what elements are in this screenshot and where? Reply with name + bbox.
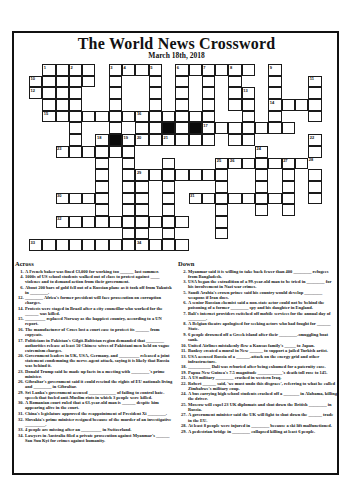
grid-cell[interactable] <box>82 76 95 88</box>
grid-cell[interactable] <box>308 99 321 111</box>
grid-cell[interactable] <box>69 87 82 99</box>
grid-cell[interactable]: 16 <box>135 111 148 123</box>
clue-number: 19. <box>178 370 188 375</box>
grid-cell[interactable] <box>162 181 175 193</box>
grid-cell[interactable]: 2 <box>69 64 82 76</box>
empty-cell <box>42 193 55 205</box>
grid-cell[interactable] <box>109 239 122 251</box>
grid-cell[interactable] <box>56 99 69 111</box>
grid-cell[interactable]: 9 <box>268 64 281 76</box>
grid-cell[interactable] <box>228 99 241 111</box>
clue-item: 27.A government minister said the UK wil… <box>178 412 337 422</box>
empty-cell <box>95 99 108 111</box>
grid-cell[interactable] <box>122 193 135 205</box>
clue-text: Bali's internet providers switched off m… <box>188 311 337 321</box>
grid-cell[interactable] <box>82 111 95 123</box>
empty-cell <box>295 134 308 146</box>
grid-cell[interactable] <box>202 134 215 146</box>
empty-cell <box>228 216 241 228</box>
grid-cell[interactable] <box>56 64 69 76</box>
grid-cell[interactable] <box>242 99 255 111</box>
grid-cell[interactable] <box>175 99 188 111</box>
empty-cell <box>149 146 162 158</box>
clue-item: 30.A Romanian court ruled that a 63-year… <box>15 400 176 410</box>
grid-cell[interactable] <box>268 158 281 170</box>
grid-cell[interactable] <box>122 216 135 228</box>
grid-cell[interactable] <box>175 87 188 99</box>
grid-cell[interactable] <box>175 134 188 146</box>
grid-cell[interactable] <box>109 99 122 111</box>
grid-cell[interactable] <box>175 76 188 88</box>
grid-cell[interactable] <box>308 146 321 158</box>
empty-cell <box>282 239 295 251</box>
empty-cell <box>175 181 188 193</box>
empty-cell <box>109 228 122 240</box>
grid-cell[interactable] <box>135 228 148 240</box>
empty-cell <box>122 99 135 111</box>
grid-cell[interactable] <box>255 204 268 216</box>
empty-cell <box>109 204 122 216</box>
empty-cell <box>242 146 255 158</box>
empty-cell <box>268 216 281 228</box>
clue-number-label: 13 <box>243 88 247 93</box>
empty-cell <box>69 158 82 170</box>
clue-number-label: 1 <box>44 65 46 70</box>
grid-cell[interactable] <box>42 239 55 251</box>
empty-cell <box>42 134 55 146</box>
grid-cell[interactable] <box>109 76 122 88</box>
grid-cell[interactable] <box>95 111 108 123</box>
grid-cell[interactable]: 8 <box>228 64 241 76</box>
grid-cell[interactable]: 33 <box>29 239 42 251</box>
clue-number-label: 19 <box>124 135 128 140</box>
grid-cell[interactable]: 34 <box>135 239 148 251</box>
grid-cell[interactable] <box>189 64 202 76</box>
empty-cell <box>175 158 188 170</box>
grid-cell[interactable] <box>162 169 175 181</box>
grid-cell[interactable] <box>162 111 175 123</box>
grid-cell[interactable] <box>69 193 82 205</box>
empty-cell <box>202 146 215 158</box>
clue-item: 17.Politicians in Pakistan's Gilgit-Balt… <box>15 338 176 353</box>
empty-cell <box>242 239 255 251</box>
empty-cell <box>82 181 95 193</box>
clue-number: 13. <box>178 354 188 364</box>
empty-cell <box>175 146 188 158</box>
clue-number: 16. <box>15 327 25 337</box>
grid-cell[interactable] <box>202 111 215 123</box>
grid-cell[interactable] <box>122 181 135 193</box>
grid-cell[interactable] <box>82 239 95 251</box>
grid-cell[interactable] <box>228 122 241 134</box>
grid-cell[interactable] <box>109 146 122 158</box>
grid-cell[interactable] <box>42 76 55 88</box>
grid-cell[interactable] <box>82 64 95 76</box>
clue-number-label: 23 <box>57 146 61 151</box>
grid-cell[interactable] <box>242 122 255 134</box>
clue-item: 34.Lawyers in Australia filed a private … <box>15 433 176 443</box>
empty-cell <box>295 76 308 88</box>
grid-cell[interactable] <box>109 111 122 123</box>
empty-cell <box>202 181 215 193</box>
grid-cell[interactable] <box>189 134 202 146</box>
empty-cell <box>82 204 95 216</box>
grid-cell[interactable]: 5 <box>149 64 162 76</box>
grid-cell[interactable] <box>95 181 108 193</box>
grid-cell[interactable] <box>95 169 108 181</box>
clue-text: 1000s of US school students walked out o… <box>25 274 176 284</box>
grid-cell[interactable]: 11 <box>308 76 321 88</box>
grid-cell[interactable] <box>175 111 188 123</box>
clue-number: 18. <box>178 364 188 369</box>
grid-cell[interactable]: 29 <box>135 169 148 181</box>
clue-number: 33. <box>15 427 25 432</box>
empty-cell <box>202 228 215 240</box>
grid-cell[interactable] <box>149 134 162 146</box>
clue-text: A Romanian court ruled that a 63-year-ol… <box>25 400 176 410</box>
clue-item: 25.Moscow will expel 23 UK diplomats and… <box>178 402 337 412</box>
empty-cell <box>56 204 69 216</box>
grid-cell[interactable] <box>228 193 241 205</box>
clue-text: _________ replaced Norway as the happies… <box>25 316 176 326</box>
grid-cell[interactable] <box>215 193 228 205</box>
grid-cell[interactable] <box>268 122 281 134</box>
grid-cell[interactable] <box>215 216 228 228</box>
grid-cell[interactable] <box>82 193 95 205</box>
clue-text: Papua New Guinea's 7.5 magnitude _______… <box>188 370 337 375</box>
clue-item: 7.Bali's internet providers switched off… <box>178 311 337 321</box>
across-header: Across <box>15 260 176 267</box>
grid-cell[interactable] <box>149 216 162 228</box>
empty-cell <box>29 216 42 228</box>
grid-cell[interactable] <box>69 99 82 111</box>
empty-cell <box>202 158 215 170</box>
grid-cell[interactable] <box>149 122 162 134</box>
grid-cell[interactable] <box>295 99 308 111</box>
grid-cell[interactable] <box>308 169 321 181</box>
empty-cell <box>149 181 162 193</box>
grid-cell[interactable] <box>242 193 255 205</box>
grid-cell[interactable] <box>215 169 228 181</box>
clue-number-label: 28 <box>309 157 313 162</box>
grid-cell[interactable] <box>215 64 228 76</box>
grid-cell[interactable] <box>202 193 215 205</box>
grid-cell[interactable]: 21 <box>162 134 175 146</box>
grid-cell[interactable] <box>268 76 281 88</box>
grid-cell[interactable] <box>162 216 175 228</box>
empty-cell <box>268 228 281 240</box>
empty-cell <box>42 228 55 240</box>
clue-item: 29.Sri Lanka's government accused ______… <box>15 390 176 400</box>
grid-cell[interactable] <box>268 193 281 205</box>
grid-cell[interactable] <box>255 193 268 205</box>
grid-cell[interactable] <box>122 158 135 170</box>
empty-cell <box>295 239 308 251</box>
grid-cell[interactable] <box>162 193 175 205</box>
clue-item: 2.Myanmar said it is willing to take bac… <box>178 269 337 279</box>
empty-cell <box>56 134 69 146</box>
clue-number-label: 31 <box>190 193 194 198</box>
empty-cell <box>228 146 241 158</box>
grid-cell[interactable] <box>228 134 241 146</box>
clue-item: 12.________ Africa's former president wi… <box>15 295 176 305</box>
grid-cell[interactable]: 30 <box>56 193 69 205</box>
across-list: 1.A French baker was fined €3,000 for wo… <box>15 269 176 443</box>
grid-cell[interactable]: 31 <box>189 193 202 205</box>
grid-cell[interactable]: 25 <box>215 158 228 170</box>
empty-cell <box>189 158 202 170</box>
grid-cell[interactable] <box>175 169 188 181</box>
grid-cell[interactable] <box>149 76 162 88</box>
grid-cell[interactable] <box>189 169 202 181</box>
grid-cell[interactable] <box>95 239 108 251</box>
grid-cell[interactable] <box>202 87 215 99</box>
grid-cell[interactable] <box>175 216 188 228</box>
grid-cell[interactable] <box>82 146 95 158</box>
grid-cell[interactable] <box>162 204 175 216</box>
grid-cell[interactable] <box>95 216 108 228</box>
grid-cell[interactable] <box>162 228 175 240</box>
grid-cell[interactable]: 23 <box>56 146 69 158</box>
empty-cell <box>295 64 308 76</box>
grid-cell[interactable] <box>69 134 82 146</box>
grid-cell[interactable] <box>109 122 122 134</box>
grid-cell[interactable] <box>122 228 135 240</box>
grid-cell[interactable] <box>268 87 281 99</box>
empty-cell <box>308 122 321 134</box>
grid-cell[interactable] <box>189 111 202 123</box>
grid-cell[interactable] <box>242 134 255 146</box>
grid-cell[interactable] <box>135 122 148 134</box>
empty-cell <box>202 204 215 216</box>
clue-number: 28. <box>178 423 188 428</box>
grid-cell[interactable]: 20 <box>135 134 148 146</box>
grid-cell[interactable] <box>69 122 82 134</box>
grid-cell[interactable] <box>175 122 188 134</box>
grid-cell[interactable] <box>109 216 122 228</box>
empty-cell <box>255 228 268 240</box>
empty-cell <box>29 181 42 193</box>
clue-number: 5. <box>178 290 188 300</box>
empty-cell <box>56 122 69 134</box>
grid-cell[interactable] <box>255 181 268 193</box>
grid-cell[interactable] <box>95 146 108 158</box>
clue-text: Gibraltar's government said it could res… <box>25 379 176 389</box>
clue-number: 10. <box>178 343 188 348</box>
grid-cell[interactable]: 24 <box>255 146 268 158</box>
empty-cell <box>69 204 82 216</box>
empty-cell <box>242 204 255 216</box>
clue-number: 2. <box>178 269 188 279</box>
grid-cell[interactable]: 19 <box>122 134 135 146</box>
grid-cell[interactable] <box>282 204 295 216</box>
grid-cell[interactable] <box>282 99 295 111</box>
grid-cell[interactable] <box>122 204 135 216</box>
grid-cell[interactable] <box>308 193 321 205</box>
grid-cell[interactable] <box>56 111 69 123</box>
grid-cell[interactable] <box>202 76 215 88</box>
grid-cell[interactable] <box>149 99 162 111</box>
grid-cell[interactable] <box>122 111 135 123</box>
grid-cell[interactable] <box>242 64 255 76</box>
empty-cell <box>56 169 69 181</box>
grid-cell[interactable] <box>69 239 82 251</box>
empty-cell <box>42 122 55 134</box>
grid-cell[interactable] <box>56 87 69 99</box>
clue-number-label: 14 <box>270 100 274 105</box>
clue-number-label: 4 <box>124 65 126 70</box>
grid-cell[interactable] <box>255 158 268 170</box>
empty-cell <box>295 181 308 193</box>
clue-text: About 200 bars of gold fell out of a Rus… <box>25 285 176 295</box>
clue-number-label: 24 <box>257 146 261 151</box>
grid-cell[interactable] <box>215 122 228 134</box>
clue-item: 23.Donald Trump said he made up facts in… <box>15 369 176 379</box>
clue-number-label: 34 <box>137 240 141 245</box>
grid-cell[interactable] <box>122 169 135 181</box>
grid-cell[interactable] <box>215 204 228 216</box>
grid-cell[interactable]: 14 <box>268 99 281 111</box>
grid-cell[interactable] <box>135 216 148 228</box>
grid-cell[interactable] <box>109 87 122 99</box>
grid-cell[interactable]: 10 <box>29 76 42 88</box>
empty-cell <box>215 146 228 158</box>
grid-cell[interactable] <box>69 216 82 228</box>
grid-cell[interactable]: 7 <box>202 64 215 76</box>
grid-cell[interactable] <box>282 169 295 181</box>
grid-cell[interactable] <box>42 87 55 99</box>
grid-cell[interactable] <box>228 76 241 88</box>
grid-cell[interactable] <box>228 87 241 99</box>
grid-cell[interactable] <box>42 99 55 111</box>
empty-cell <box>175 204 188 216</box>
grid-cell[interactable] <box>69 76 82 88</box>
empty-cell <box>268 146 281 158</box>
empty-cell <box>189 228 202 240</box>
grid-cell[interactable] <box>56 239 69 251</box>
grid-cell[interactable] <box>202 99 215 111</box>
grid-cell[interactable]: 12 <box>29 87 42 99</box>
grid-cell[interactable] <box>149 111 162 123</box>
empty-cell <box>268 169 281 181</box>
clue-number: 1. <box>15 269 25 274</box>
empty-cell <box>29 158 42 170</box>
grid-cell[interactable] <box>242 158 255 170</box>
grid-cell[interactable] <box>202 169 215 181</box>
grid-cell[interactable] <box>308 87 321 99</box>
grid-cell[interactable] <box>255 122 268 134</box>
empty-cell <box>295 216 308 228</box>
empty-cell <box>29 99 42 111</box>
clue-text: Robert ______ said, 'we must undo this d… <box>188 381 337 391</box>
grid-cell[interactable]: 18 <box>95 134 108 146</box>
empty-cell <box>189 239 202 251</box>
grid-cell[interactable] <box>122 239 135 251</box>
grid-cell[interactable] <box>135 193 148 205</box>
grid-cell[interactable] <box>122 146 135 158</box>
empty-cell <box>282 146 295 158</box>
grid-cell[interactable] <box>282 181 295 193</box>
clue-item: 31.China's legislature approved the reap… <box>15 411 176 416</box>
empty-cell <box>228 169 241 181</box>
empty-cell <box>295 228 308 240</box>
clue-text: Sri Lanka's government accused _________… <box>25 390 176 400</box>
grid-cell[interactable] <box>242 111 255 123</box>
grid-cell[interactable] <box>175 239 188 251</box>
grid-cell[interactable] <box>135 64 148 76</box>
empty-cell <box>42 216 55 228</box>
empty-cell <box>308 228 321 240</box>
grid-cell[interactable] <box>135 204 148 216</box>
grid-cell[interactable] <box>149 87 162 99</box>
clue-text: Myanmar said it is willing to take back … <box>188 269 337 279</box>
clue-number-label: 16 <box>137 111 141 116</box>
empty-cell <box>189 204 202 216</box>
grid-cell[interactable] <box>95 193 108 205</box>
grid-cell[interactable] <box>295 158 308 170</box>
grid-cell[interactable] <box>308 181 321 193</box>
grid-cell[interactable]: 17 <box>202 122 215 134</box>
grid-cell[interactable] <box>215 181 228 193</box>
grid-cell[interactable]: 15 <box>42 111 55 123</box>
grid-cell[interactable] <box>282 122 295 134</box>
grid-cell[interactable] <box>69 111 82 123</box>
grid-cell[interactable]: 27 <box>282 158 295 170</box>
grid-cell[interactable] <box>255 169 268 181</box>
empty-cell <box>255 64 268 76</box>
grid-cell[interactable] <box>308 111 321 123</box>
grid-cell[interactable] <box>95 204 108 216</box>
empty-cell <box>202 216 215 228</box>
grid-cell[interactable]: 32 <box>56 216 69 228</box>
empty-cell <box>162 99 175 111</box>
clue-item: 20.Government leaders in UK, USA, German… <box>15 353 176 368</box>
clue-text: China's legislature approved the reappoi… <box>25 411 176 416</box>
grid-cell[interactable] <box>69 146 82 158</box>
clue-item: 8.A Belgian theatre apologised for seeki… <box>178 321 337 331</box>
grid-cell[interactable] <box>56 76 69 88</box>
grid-cell[interactable] <box>268 111 281 123</box>
grid-cell[interactable] <box>149 239 162 251</box>
grid-cell[interactable]: 13 <box>242 87 255 99</box>
grid-cell[interactable]: 22 <box>308 134 321 146</box>
down-header: Down <box>178 260 337 267</box>
clue-number: 29. <box>15 390 25 400</box>
grid-cell[interactable]: 1 <box>42 64 55 76</box>
grid-cell[interactable]: 26 <box>228 158 241 170</box>
grid-cell[interactable] <box>82 216 95 228</box>
grid-cell[interactable] <box>215 228 228 240</box>
clue-number: 26. <box>15 379 25 389</box>
grid-cell[interactable] <box>162 239 175 251</box>
empty-cell <box>122 87 135 99</box>
empty-cell <box>255 76 268 88</box>
across-clues: Across 1.A French baker was fined €3,000… <box>15 260 176 443</box>
grid-cell[interactable] <box>282 193 295 205</box>
empty-cell <box>282 87 295 99</box>
clue-item: 14.Protests were staged in Brazil after … <box>15 306 176 316</box>
grid-cell[interactable] <box>149 169 162 181</box>
black-cell <box>162 122 175 134</box>
empty-cell <box>42 146 55 158</box>
grid-cell[interactable]: 6 <box>175 64 188 76</box>
grid-cell[interactable]: 4 <box>122 64 135 76</box>
grid-cell[interactable] <box>95 158 108 170</box>
grid-cell[interactable]: 3 <box>109 64 122 76</box>
grid-cell[interactable] <box>162 158 175 170</box>
clue-text: Government leaders in UK, USA, Germany, … <box>25 353 176 368</box>
grid-cell[interactable] <box>135 181 148 193</box>
